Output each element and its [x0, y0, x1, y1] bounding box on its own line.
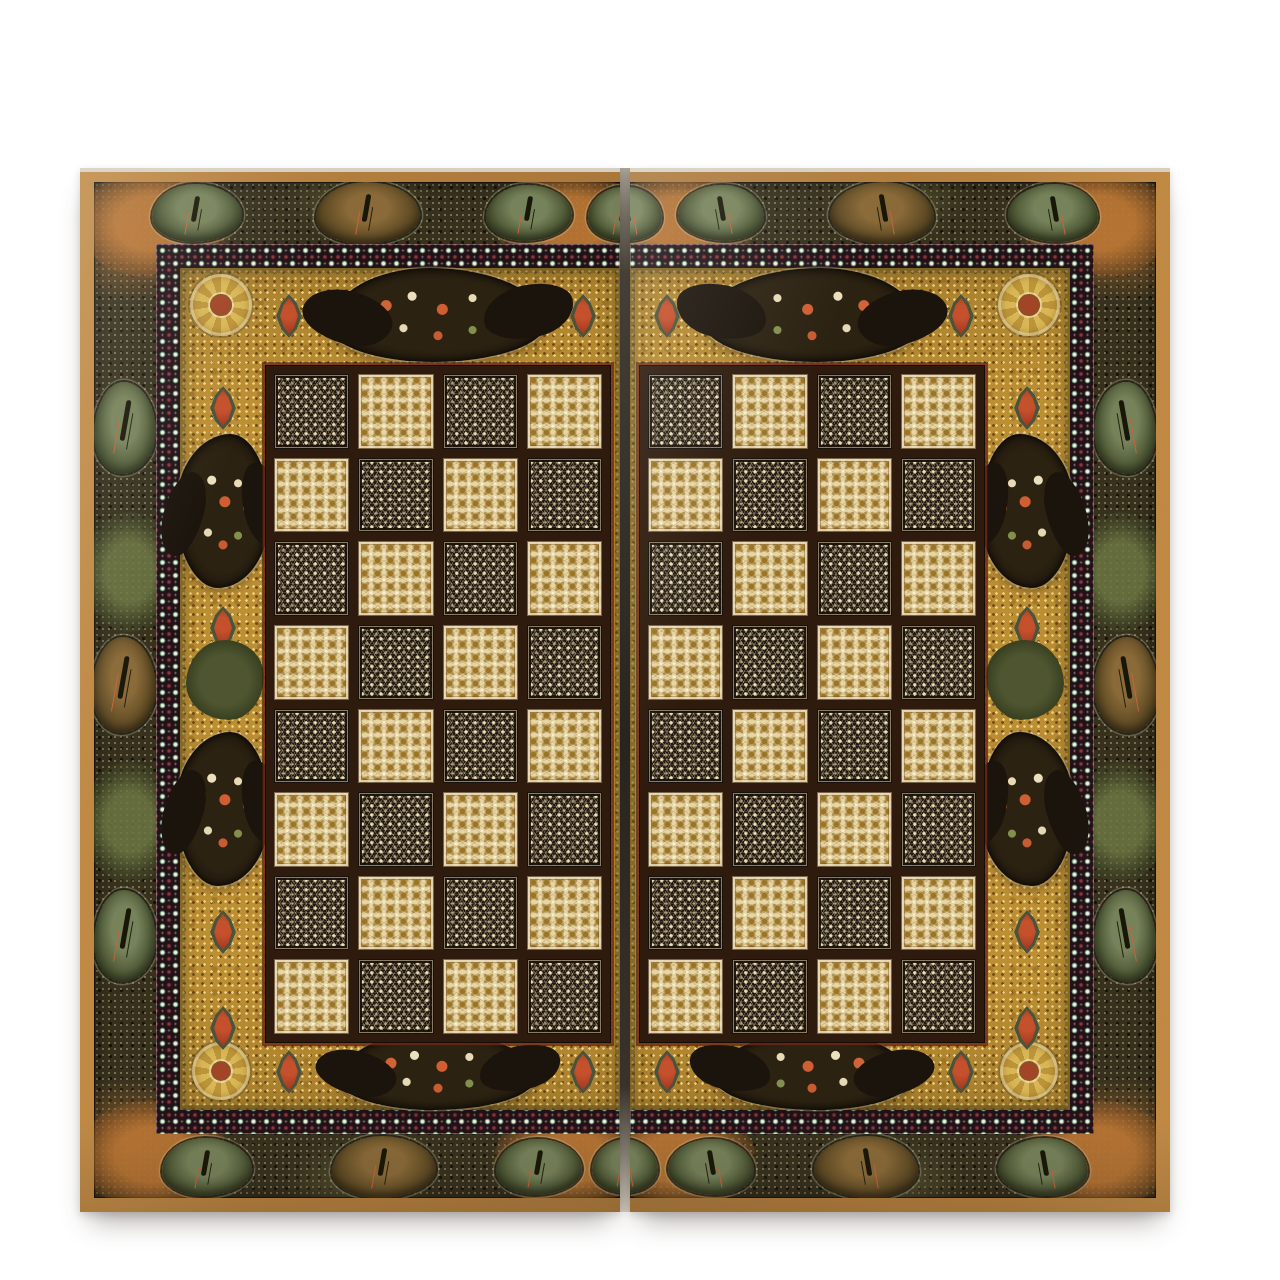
square-g8[interactable] — [817, 374, 892, 449]
cartouche-ornament — [94, 382, 156, 474]
square-g5[interactable] — [817, 625, 892, 700]
corner-flower-ornament — [1000, 1042, 1058, 1100]
hinge-gap — [620, 168, 630, 1212]
square-h7[interactable] — [901, 458, 976, 533]
square-f1[interactable] — [732, 959, 807, 1034]
boteh-ornament — [948, 294, 974, 338]
square-g7[interactable] — [817, 458, 892, 533]
cartouche-ornament — [94, 637, 156, 733]
corner-flower-ornament — [192, 1042, 250, 1100]
olive-patch-ornament — [186, 640, 264, 720]
folding-chessboard — [80, 168, 1170, 1212]
cartouche-ornament — [1094, 382, 1156, 474]
square-b8[interactable] — [358, 374, 433, 449]
board-panel-right — [630, 168, 1170, 1212]
miniature-medallion-side — [980, 434, 1074, 588]
boteh-ornament — [948, 1050, 974, 1094]
square-c4[interactable] — [443, 709, 518, 784]
board-panel-left — [80, 168, 620, 1212]
chessboard-right-half — [640, 366, 984, 1042]
cartouche-ornament — [678, 185, 764, 241]
square-e2[interactable] — [648, 876, 723, 951]
square-d6[interactable] — [527, 541, 602, 616]
miniature-medallion-top — [704, 268, 920, 362]
olive-patch-ornament — [986, 640, 1064, 720]
miniature-medallion-side — [980, 732, 1074, 886]
square-b4[interactable] — [358, 709, 433, 784]
miniature-medallion-side — [176, 732, 270, 886]
square-d4[interactable] — [527, 709, 602, 784]
square-e6[interactable] — [648, 541, 723, 616]
square-d1[interactable] — [527, 959, 602, 1034]
boteh-ornament — [1014, 910, 1040, 954]
square-a4[interactable] — [274, 709, 349, 784]
square-c5[interactable] — [443, 625, 518, 700]
square-c8[interactable] — [443, 374, 518, 449]
square-e1[interactable] — [648, 959, 723, 1034]
square-c6[interactable] — [443, 541, 518, 616]
square-d3[interactable] — [527, 792, 602, 867]
boteh-ornament — [1014, 386, 1040, 430]
square-b1[interactable] — [358, 959, 433, 1034]
cartouche-ornament — [1094, 890, 1156, 982]
square-h1[interactable] — [901, 959, 976, 1034]
square-d8[interactable] — [527, 374, 602, 449]
boteh-ornament — [276, 294, 302, 338]
square-a5[interactable] — [274, 625, 349, 700]
square-c7[interactable] — [443, 458, 518, 533]
cartouche-ornament — [152, 184, 242, 242]
miniature-medallion-top — [330, 268, 546, 362]
square-e7[interactable] — [648, 458, 723, 533]
square-h5[interactable] — [901, 625, 976, 700]
square-g4[interactable] — [817, 709, 892, 784]
square-d2[interactable] — [527, 876, 602, 951]
square-e5[interactable] — [648, 625, 723, 700]
square-h2[interactable] — [901, 876, 976, 951]
square-g3[interactable] — [817, 792, 892, 867]
square-c1[interactable] — [443, 959, 518, 1034]
boteh-ornament — [570, 294, 596, 338]
boteh-ornament — [654, 294, 680, 338]
cartouche-ornament — [830, 182, 934, 244]
boteh-ornament — [276, 1050, 302, 1094]
square-b6[interactable] — [358, 541, 433, 616]
miniature-medallion-bottom — [714, 1032, 910, 1110]
square-c2[interactable] — [443, 876, 518, 951]
square-b7[interactable] — [358, 458, 433, 533]
boteh-ornament — [654, 1050, 680, 1094]
square-a1[interactable] — [274, 959, 349, 1034]
cartouche-ornament — [496, 1139, 582, 1195]
square-a2[interactable] — [274, 876, 349, 951]
square-g6[interactable] — [817, 541, 892, 616]
square-h8[interactable] — [901, 374, 976, 449]
square-d5[interactable] — [527, 625, 602, 700]
boteh-ornament — [210, 386, 236, 430]
miniature-medallion-bottom — [340, 1032, 536, 1110]
cartouche-ornament — [162, 1138, 252, 1196]
square-c3[interactable] — [443, 792, 518, 867]
square-f5[interactable] — [732, 625, 807, 700]
square-f4[interactable] — [732, 709, 807, 784]
square-a8[interactable] — [274, 374, 349, 449]
square-e3[interactable] — [648, 792, 723, 867]
square-f7[interactable] — [732, 458, 807, 533]
photo-scene — [0, 0, 1280, 1280]
square-b5[interactable] — [358, 625, 433, 700]
square-a6[interactable] — [274, 541, 349, 616]
square-a3[interactable] — [274, 792, 349, 867]
cartouche-ornament — [94, 890, 156, 982]
boteh-ornament — [570, 1050, 596, 1094]
square-g1[interactable] — [817, 959, 892, 1034]
square-b3[interactable] — [358, 792, 433, 867]
cartouche-ornament — [814, 1136, 918, 1198]
chessboard-left-half — [266, 366, 610, 1042]
square-b2[interactable] — [358, 876, 433, 951]
cartouche-ornament — [1008, 184, 1098, 242]
square-f6[interactable] — [732, 541, 807, 616]
cartouche-ornament — [998, 1138, 1088, 1196]
cartouche-ornament — [1094, 637, 1156, 733]
square-f2[interactable] — [732, 876, 807, 951]
cartouche-ornament — [668, 1139, 754, 1195]
square-h4[interactable] — [901, 709, 976, 784]
cartouche-ornament — [316, 182, 420, 244]
corner-flower-ornament — [998, 274, 1060, 336]
square-g2[interactable] — [817, 876, 892, 951]
square-h3[interactable] — [901, 792, 976, 867]
boteh-ornament — [210, 910, 236, 954]
square-h6[interactable] — [901, 541, 976, 616]
square-a7[interactable] — [274, 458, 349, 533]
corner-flower-ornament — [190, 274, 252, 336]
miniature-medallion-side — [176, 434, 270, 588]
square-e8[interactable] — [648, 374, 723, 449]
cartouche-ornament — [332, 1136, 436, 1198]
cartouche-ornament — [486, 185, 572, 241]
square-f8[interactable] — [732, 374, 807, 449]
square-d7[interactable] — [527, 458, 602, 533]
square-f3[interactable] — [732, 792, 807, 867]
square-e4[interactable] — [648, 709, 723, 784]
